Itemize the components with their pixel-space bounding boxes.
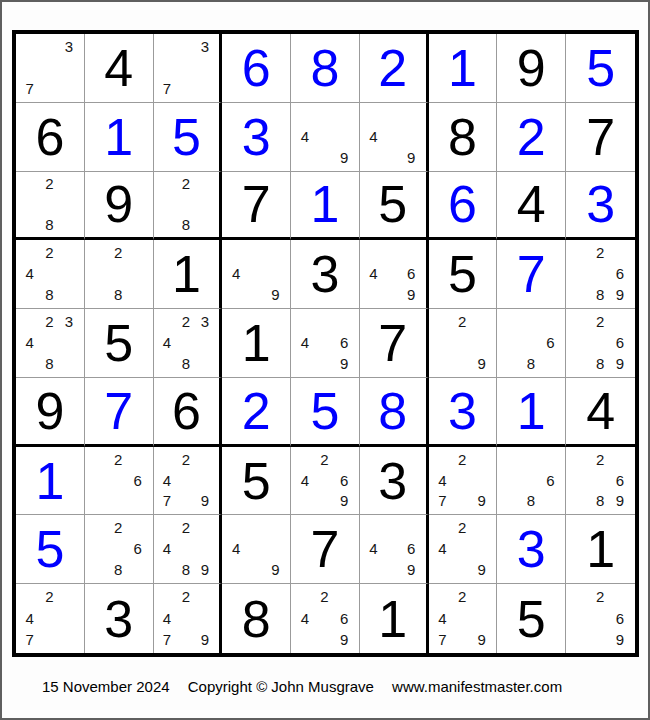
cell-r6c2[interactable]: 7 [85, 378, 154, 447]
pencil-marks: 2348 [154, 309, 220, 377]
entered-digit: 3 [586, 178, 615, 230]
cell-r8c6[interactable]: 469 [360, 515, 429, 584]
cell-r7c3[interactable]: 2479 [154, 447, 223, 516]
candidate-digit: 9 [610, 491, 630, 512]
cell-r2c1[interactable]: 6 [16, 103, 85, 172]
cell-r3c9[interactable]: 3 [566, 172, 635, 241]
entered-digit: 5 [586, 42, 615, 94]
candidate-digit: 8 [108, 559, 128, 580]
pencil-marks: 2469 [291, 584, 359, 653]
entered-digit: 1 [104, 111, 133, 163]
given-digit: 7 [242, 178, 271, 230]
cell-r6c5[interactable]: 5 [291, 378, 360, 447]
candidate-digit: 8 [40, 214, 60, 234]
given-digit: 7 [378, 317, 407, 369]
pencil-marks: 49 [222, 515, 290, 583]
candidate-digit: 2 [590, 449, 610, 470]
candidate-digit: 9 [266, 559, 286, 580]
given-digit: 7 [586, 111, 615, 163]
candidate-digit: 9 [195, 559, 214, 580]
cell-r6c6[interactable]: 8 [360, 378, 429, 447]
pencil-marks: 268 [85, 515, 153, 583]
website-url: www.manifestmaster.com [392, 678, 562, 695]
footer: 15 November 2024 Copyright © John Musgra… [42, 678, 562, 695]
cell-r8c3[interactable]: 2489 [154, 515, 223, 584]
cell-r8c7[interactable]: 249 [429, 515, 498, 584]
cell-r2c2[interactable]: 1 [85, 103, 154, 172]
given-digit: 9 [35, 385, 64, 437]
cell-r9c8[interactable]: 5 [497, 584, 566, 653]
candidate-digit: 8 [590, 491, 610, 512]
cell-r1c2[interactable]: 4 [85, 34, 154, 103]
candidate-digit: 6 [402, 263, 421, 284]
candidate-digit: 9 [334, 147, 354, 168]
pencil-marks: 248 [16, 240, 84, 308]
pencil-marks: 469 [360, 515, 426, 583]
candidate-digit: 4 [364, 538, 383, 559]
cell-r3c5[interactable]: 1 [291, 172, 360, 241]
candidate-digit: 7 [433, 491, 453, 512]
pencil-marks: 49 [222, 240, 290, 308]
candidate-digit: 6 [610, 470, 630, 491]
entered-digit: 2 [378, 42, 407, 94]
cell-r8c8[interactable]: 3 [497, 515, 566, 584]
candidate-digit: 7 [433, 629, 453, 650]
copyright-text: Copyright © John Musgrave [188, 678, 374, 695]
pencil-marks: 28 [85, 240, 153, 308]
pencil-marks: 2479 [154, 584, 220, 653]
cell-r7c5[interactable]: 2469 [291, 447, 360, 516]
cell-r4c9[interactable]: 2689 [566, 240, 635, 309]
cell-r2c8[interactable]: 2 [497, 103, 566, 172]
candidate-digit: 9 [472, 491, 492, 512]
candidate-digit: 8 [521, 353, 541, 374]
candidate-digit: 7 [20, 629, 40, 650]
given-digit: 5 [378, 178, 407, 230]
cell-r6c7[interactable]: 3 [429, 378, 498, 447]
candidate-digit: 2 [108, 449, 128, 470]
candidate-digit: 3 [195, 311, 214, 332]
cell-r1c9[interactable]: 5 [566, 34, 635, 103]
candidate-digit: 6 [334, 607, 354, 628]
candidate-digit: 4 [226, 538, 246, 559]
cell-r8c1[interactable]: 5 [16, 515, 85, 584]
candidate-digit: 4 [295, 607, 315, 628]
pencil-marks: 49 [291, 103, 359, 171]
given-digit: 6 [172, 385, 201, 437]
candidate-digit: 6 [402, 538, 421, 559]
cell-r5c6[interactable]: 7 [360, 309, 429, 378]
cell-r7c7[interactable]: 2479 [429, 447, 498, 516]
candidate-digit: 2 [176, 174, 195, 194]
cell-r9c7[interactable]: 2479 [429, 584, 498, 653]
pencil-marks: 2689 [566, 309, 635, 377]
cell-r3c4[interactable]: 7 [222, 172, 291, 241]
cell-r2c5[interactable]: 49 [291, 103, 360, 172]
candidate-digit: 2 [176, 517, 195, 538]
cell-r4c6[interactable]: 469 [360, 240, 429, 309]
candidate-digit: 4 [20, 263, 40, 284]
candidate-digit: 2 [452, 586, 472, 607]
candidate-digit: 2 [40, 311, 60, 332]
cell-r7c2[interactable]: 26 [85, 447, 154, 516]
candidate-digit: 9 [402, 147, 421, 168]
candidate-digit: 9 [472, 353, 492, 374]
candidate-digit: 4 [295, 126, 315, 147]
cell-r9c5[interactable]: 2469 [291, 584, 360, 653]
candidate-digit: 9 [402, 559, 421, 580]
candidate-digit: 9 [195, 629, 214, 650]
candidate-digit: 4 [295, 470, 315, 491]
candidate-digit: 2 [108, 517, 128, 538]
given-digit: 9 [517, 42, 546, 94]
candidate-digit: 2 [176, 311, 195, 332]
cell-r8c2[interactable]: 268 [85, 515, 154, 584]
cell-r1c4[interactable]: 6 [222, 34, 291, 103]
cell-r8c9[interactable]: 1 [566, 515, 635, 584]
given-digit: 3 [311, 248, 340, 300]
candidate-digit: 2 [590, 586, 610, 607]
pencil-marks: 2689 [566, 447, 635, 515]
entered-digit: 3 [517, 523, 546, 575]
candidate-digit: 2 [452, 449, 472, 470]
cell-r5c8[interactable]: 68 [497, 309, 566, 378]
given-digit: 6 [35, 111, 64, 163]
candidate-digit: 7 [158, 629, 177, 650]
cell-r5c4[interactable]: 1 [222, 309, 291, 378]
given-digit: 7 [311, 523, 340, 575]
cell-r6c8[interactable]: 1 [497, 378, 566, 447]
cell-r9c9[interactable]: 269 [566, 584, 635, 653]
cell-r7c4[interactable]: 5 [222, 447, 291, 516]
pencil-marks: 2689 [566, 240, 635, 308]
cell-r8c5[interactable]: 7 [291, 515, 360, 584]
candidate-digit: 4 [433, 470, 453, 491]
cell-r1c7[interactable]: 1 [429, 34, 498, 103]
candidate-digit: 8 [40, 353, 60, 374]
candidate-digit: 4 [158, 332, 177, 353]
given-digit: 4 [517, 178, 546, 230]
pencil-marks: 28 [16, 172, 84, 238]
cell-r4c3[interactable]: 1 [154, 240, 223, 309]
candidate-digit: 6 [610, 607, 630, 628]
cell-r3c8[interactable]: 4 [497, 172, 566, 241]
candidate-digit: 6 [128, 470, 148, 491]
cell-r2c6[interactable]: 49 [360, 103, 429, 172]
candidate-digit: 8 [176, 559, 195, 580]
cell-r6c1[interactable]: 9 [16, 378, 85, 447]
candidate-digit: 2 [452, 311, 472, 332]
given-digit: 1 [586, 523, 615, 575]
given-digit: 9 [104, 178, 133, 230]
candidate-digit: 2 [40, 586, 60, 607]
candidate-digit: 8 [40, 284, 60, 305]
pencil-marks: 37 [16, 34, 84, 102]
candidate-digit: 9 [195, 491, 214, 512]
candidate-digit: 2 [315, 586, 335, 607]
candidate-digit: 4 [158, 538, 177, 559]
candidate-digit: 9 [610, 284, 630, 305]
candidate-digit: 9 [402, 284, 421, 305]
candidate-digit: 9 [610, 629, 630, 650]
candidate-digit: 6 [541, 332, 561, 353]
given-digit: 5 [104, 317, 133, 369]
given-digit: 4 [586, 385, 615, 437]
given-digit: 5 [448, 248, 477, 300]
entered-digit: 2 [517, 111, 546, 163]
candidate-digit: 3 [195, 36, 214, 57]
cell-r3c6[interactable]: 5 [360, 172, 429, 241]
candidate-digit: 6 [610, 332, 630, 353]
given-digit: 8 [242, 593, 271, 645]
cell-r1c3[interactable]: 37 [154, 34, 223, 103]
pencil-marks: 37 [154, 34, 220, 102]
candidate-digit: 2 [176, 449, 195, 470]
candidate-digit: 4 [364, 263, 383, 284]
given-digit: 3 [104, 593, 133, 645]
cell-r4c5[interactable]: 3 [291, 240, 360, 309]
entered-digit: 3 [242, 111, 271, 163]
candidate-digit: 9 [266, 284, 286, 305]
entered-digit: 7 [517, 248, 546, 300]
candidate-digit: 2 [176, 586, 195, 607]
cell-r3c2[interactable]: 9 [85, 172, 154, 241]
entered-digit: 5 [35, 523, 64, 575]
cell-r7c1[interactable]: 1 [16, 447, 85, 516]
entered-digit: 7 [104, 385, 133, 437]
entered-digit: 5 [172, 111, 201, 163]
candidate-digit: 9 [334, 491, 354, 512]
given-digit: 8 [448, 111, 477, 163]
cell-r6c4[interactable]: 2 [222, 378, 291, 447]
candidate-digit: 6 [334, 332, 354, 353]
pencil-marks: 28 [154, 172, 220, 238]
cell-r4c7[interactable]: 5 [429, 240, 498, 309]
pencil-marks: 49 [360, 103, 426, 171]
entered-digit: 8 [378, 385, 407, 437]
puzzle-date: 15 November 2024 [42, 678, 170, 695]
pencil-marks: 247 [16, 584, 84, 653]
cell-r5c2[interactable]: 5 [85, 309, 154, 378]
candidate-digit: 2 [108, 242, 128, 263]
pencil-marks: 249 [429, 515, 497, 583]
cell-r5c9[interactable]: 2689 [566, 309, 635, 378]
cell-r4c2[interactable]: 28 [85, 240, 154, 309]
cell-r2c7[interactable]: 8 [429, 103, 498, 172]
entered-digit: 1 [35, 455, 64, 507]
cell-r9c2[interactable]: 3 [85, 584, 154, 653]
candidate-digit: 4 [20, 607, 40, 628]
cell-r7c8[interactable]: 68 [497, 447, 566, 516]
cell-r2c9[interactable]: 7 [566, 103, 635, 172]
candidate-digit: 2 [40, 242, 60, 263]
candidate-digit: 4 [433, 538, 453, 559]
pencil-marks: 68 [497, 447, 565, 515]
entered-digit: 6 [448, 178, 477, 230]
candidate-digit: 2 [590, 242, 610, 263]
candidate-digit: 6 [128, 538, 148, 559]
cell-r9c3[interactable]: 2479 [154, 584, 223, 653]
candidate-digit: 2 [590, 311, 610, 332]
entered-digit: 1 [448, 42, 477, 94]
entered-digit: 1 [517, 385, 546, 437]
cell-r9c6[interactable]: 1 [360, 584, 429, 653]
candidate-digit: 3 [59, 36, 79, 57]
candidate-digit: 4 [226, 263, 246, 284]
candidate-digit: 9 [610, 353, 630, 374]
cell-r5c3[interactable]: 2348 [154, 309, 223, 378]
candidate-digit: 9 [334, 353, 354, 374]
candidate-digit: 9 [472, 559, 492, 580]
cell-r1c1[interactable]: 37 [16, 34, 85, 103]
cell-r5c1[interactable]: 2348 [16, 309, 85, 378]
candidate-digit: 8 [590, 284, 610, 305]
candidate-digit: 4 [364, 126, 383, 147]
candidate-digit: 7 [158, 491, 177, 512]
pencil-marks: 469 [360, 240, 426, 308]
cell-r5c5[interactable]: 469 [291, 309, 360, 378]
pencil-marks: 269 [566, 584, 635, 653]
candidate-digit: 4 [20, 332, 40, 353]
cell-r7c9[interactable]: 2689 [566, 447, 635, 516]
cell-r2c3[interactable]: 5 [154, 103, 223, 172]
pencil-marks: 2479 [429, 447, 497, 515]
candidate-digit: 4 [433, 607, 453, 628]
candidate-digit: 8 [176, 353, 195, 374]
cell-r8c4[interactable]: 49 [222, 515, 291, 584]
candidate-digit: 3 [59, 311, 79, 332]
cell-r5c7[interactable]: 29 [429, 309, 498, 378]
cell-r9c4[interactable]: 8 [222, 584, 291, 653]
candidate-digit: 6 [334, 470, 354, 491]
cell-r4c4[interactable]: 49 [222, 240, 291, 309]
pencil-marks: 26 [85, 447, 153, 515]
cell-r6c9[interactable]: 4 [566, 378, 635, 447]
candidate-digit: 9 [334, 629, 354, 650]
entered-digit: 1 [311, 178, 340, 230]
entered-digit: 6 [242, 42, 271, 94]
candidate-digit: 4 [295, 332, 315, 353]
pencil-marks: 2479 [429, 584, 497, 653]
cell-r7c6[interactable]: 3 [360, 447, 429, 516]
candidate-digit: 6 [541, 470, 561, 491]
given-digit: 1 [172, 248, 201, 300]
candidate-digit: 7 [20, 78, 40, 99]
candidate-digit: 6 [610, 263, 630, 284]
entered-digit: 2 [242, 385, 271, 437]
candidate-digit: 4 [158, 607, 177, 628]
cell-r4c1[interactable]: 248 [16, 240, 85, 309]
candidate-digit: 8 [108, 284, 128, 305]
candidate-digit: 8 [521, 491, 541, 512]
entered-digit: 3 [448, 385, 477, 437]
candidate-digit: 8 [590, 353, 610, 374]
given-digit: 1 [378, 593, 407, 645]
given-digit: 5 [517, 593, 546, 645]
pencil-marks: 68 [497, 309, 565, 377]
sudoku-board: 3743768219561534949827289287156432482814… [12, 30, 639, 657]
candidate-digit: 4 [158, 470, 177, 491]
given-digit: 4 [104, 42, 133, 94]
pencil-marks: 2489 [154, 515, 220, 583]
candidate-digit: 9 [472, 629, 492, 650]
cell-r2c4[interactable]: 3 [222, 103, 291, 172]
candidate-digit: 7 [158, 78, 177, 99]
candidate-digit: 8 [176, 214, 195, 234]
cell-r1c6[interactable]: 2 [360, 34, 429, 103]
cell-r9c1[interactable]: 247 [16, 584, 85, 653]
cell-r1c5[interactable]: 8 [291, 34, 360, 103]
pencil-marks: 29 [429, 309, 497, 377]
pencil-marks: 2479 [154, 447, 220, 515]
pencil-marks: 2348 [16, 309, 84, 377]
pencil-marks: 2469 [291, 447, 359, 515]
cell-r3c1[interactable]: 28 [16, 172, 85, 241]
pencil-marks: 469 [291, 309, 359, 377]
candidate-digit: 2 [40, 174, 60, 194]
cell-r1c8[interactable]: 9 [497, 34, 566, 103]
given-digit: 1 [242, 317, 271, 369]
entered-digit: 5 [311, 385, 340, 437]
given-digit: 5 [242, 455, 271, 507]
cell-r3c7[interactable]: 6 [429, 172, 498, 241]
candidate-digit: 2 [315, 449, 335, 470]
given-digit: 3 [378, 455, 407, 507]
candidate-digit: 2 [452, 517, 472, 538]
entered-digit: 8 [311, 42, 340, 94]
cell-r4c8[interactable]: 7 [497, 240, 566, 309]
cell-r3c3[interactable]: 28 [154, 172, 223, 241]
cell-r6c3[interactable]: 6 [154, 378, 223, 447]
